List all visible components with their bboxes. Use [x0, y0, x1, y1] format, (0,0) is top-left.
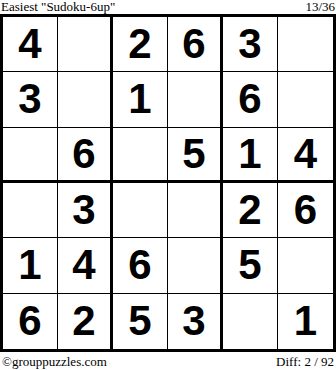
cell-r4c1-empty[interactable]: [3, 183, 58, 238]
cell-r1c5-given: 3: [223, 17, 278, 72]
cell-r3c3-empty[interactable]: [113, 128, 168, 183]
cell-r6c3-given: 5: [113, 294, 168, 349]
cell-r4c4-empty[interactable]: [168, 183, 223, 238]
cell-r2c6-empty[interactable]: [278, 72, 333, 127]
cell-r5c2-given: 4: [58, 238, 113, 293]
cell-r4c6-given: 6: [278, 183, 333, 238]
cell-r5c6-empty[interactable]: [278, 238, 333, 293]
cell-r6c5-empty[interactable]: [223, 294, 278, 349]
difficulty: Diff: 2 / 92: [276, 354, 334, 370]
cell-r2c3-given: 1: [113, 72, 168, 127]
cell-r1c2-empty[interactable]: [58, 17, 113, 72]
footer: ©grouppuzzles.com Diff: 2 / 92: [0, 352, 336, 370]
cell-r4c2-given: 3: [58, 183, 113, 238]
cell-r2c2-empty[interactable]: [58, 72, 113, 127]
sudoku-board: 42633166514326146562531: [0, 14, 336, 352]
cell-r2c1-given: 3: [3, 72, 58, 127]
cell-r3c1-empty[interactable]: [3, 128, 58, 183]
blank-counter: 13/36: [305, 0, 335, 13]
cell-r2c5-given: 6: [223, 72, 278, 127]
cell-r6c2-given: 2: [58, 294, 113, 349]
cell-r4c5-given: 2: [223, 183, 278, 238]
cell-r6c4-given: 3: [168, 294, 223, 349]
cell-r1c6-empty[interactable]: [278, 17, 333, 72]
cell-r3c2-given: 6: [58, 128, 113, 183]
cell-r3c5-given: 1: [223, 128, 278, 183]
cell-r1c4-given: 6: [168, 17, 223, 72]
cell-r6c6-given: 1: [278, 294, 333, 349]
cell-r1c1-given: 4: [3, 17, 58, 72]
copyright: ©grouppuzzles.com: [2, 354, 107, 370]
cell-r3c6-given: 4: [278, 128, 333, 183]
cell-r5c5-given: 5: [223, 238, 278, 293]
page-title: Easiest "Sudoku-6up": [1, 0, 115, 13]
cell-r6c1-given: 6: [3, 294, 58, 349]
cell-r4c3-empty[interactable]: [113, 183, 168, 238]
cell-r5c3-given: 6: [113, 238, 168, 293]
cell-r5c1-given: 1: [3, 238, 58, 293]
cell-r1c3-given: 2: [113, 17, 168, 72]
cell-r2c4-empty[interactable]: [168, 72, 223, 127]
cell-r5c4-empty[interactable]: [168, 238, 223, 293]
cell-r3c4-given: 5: [168, 128, 223, 183]
header: Easiest "Sudoku-6up" 13/36: [0, 0, 336, 14]
